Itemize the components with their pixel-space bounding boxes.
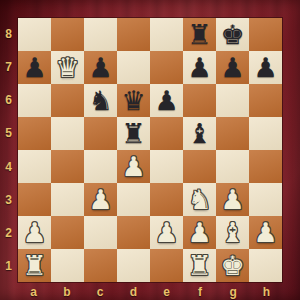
square-c2[interactable] — [84, 216, 117, 249]
square-e3[interactable] — [150, 183, 183, 216]
square-a5[interactable] — [18, 117, 51, 150]
file-label-c: c — [84, 283, 117, 300]
square-g2[interactable]: ♝ — [216, 216, 249, 249]
file-label-a: a — [17, 283, 50, 300]
piece-white-king-g1[interactable]: ♚ — [220, 249, 244, 282]
square-f1[interactable]: ♜ — [183, 249, 216, 282]
square-b4[interactable] — [51, 150, 84, 183]
square-a6[interactable] — [18, 84, 51, 117]
square-f8[interactable]: ♜ — [183, 18, 216, 51]
piece-white-pawn-f2[interactable]: ♟ — [187, 216, 211, 249]
file-labels: abcdefgh — [17, 283, 283, 300]
rank-label-8: 8 — [0, 17, 17, 50]
square-h8[interactable] — [249, 18, 282, 51]
piece-black-bishop-f5[interactable]: ♝ — [187, 117, 211, 150]
square-g8[interactable]: ♚ — [216, 18, 249, 51]
piece-black-knight-c6[interactable]: ♞ — [88, 84, 112, 117]
square-d1[interactable] — [117, 249, 150, 282]
file-label-d: d — [117, 283, 150, 300]
piece-white-knight-f3[interactable]: ♞ — [187, 183, 211, 216]
square-f2[interactable]: ♟ — [183, 216, 216, 249]
piece-white-bishop-g2[interactable]: ♝ — [220, 216, 244, 249]
rank-label-2: 2 — [0, 217, 17, 250]
file-label-e: e — [150, 283, 183, 300]
file-label-g: g — [217, 283, 250, 300]
file-label-f: f — [183, 283, 216, 300]
rank-label-6: 6 — [0, 84, 17, 117]
square-c5[interactable] — [84, 117, 117, 150]
square-a8[interactable] — [18, 18, 51, 51]
piece-black-rook-f8[interactable]: ♜ — [187, 18, 211, 51]
piece-white-queen-b7[interactable]: ♛ — [55, 51, 79, 84]
piece-white-pawn-d4[interactable]: ♟ — [121, 150, 145, 183]
file-label-h: h — [250, 283, 283, 300]
piece-black-rook-d5[interactable]: ♜ — [121, 117, 145, 150]
square-d4[interactable]: ♟ — [117, 150, 150, 183]
piece-white-pawn-a2[interactable]: ♟ — [22, 216, 46, 249]
square-g7[interactable]: ♟ — [216, 51, 249, 84]
square-g4[interactable] — [216, 150, 249, 183]
square-h5[interactable] — [249, 117, 282, 150]
rank-label-3: 3 — [0, 183, 17, 216]
square-a3[interactable] — [18, 183, 51, 216]
square-a4[interactable] — [18, 150, 51, 183]
rank-label-7: 7 — [0, 50, 17, 83]
square-c1[interactable] — [84, 249, 117, 282]
square-e6[interactable]: ♟ — [150, 84, 183, 117]
square-a1[interactable]: ♜ — [18, 249, 51, 282]
square-f7[interactable]: ♟ — [183, 51, 216, 84]
square-h2[interactable]: ♟ — [249, 216, 282, 249]
square-c4[interactable] — [84, 150, 117, 183]
square-f6[interactable] — [183, 84, 216, 117]
square-g1[interactable]: ♚ — [216, 249, 249, 282]
piece-black-pawn-c7[interactable]: ♟ — [88, 51, 112, 84]
rank-labels: 87654321 — [0, 17, 17, 283]
square-b2[interactable] — [51, 216, 84, 249]
square-h4[interactable] — [249, 150, 282, 183]
square-h1[interactable] — [249, 249, 282, 282]
piece-black-pawn-h7[interactable]: ♟ — [253, 51, 277, 84]
rank-label-5: 5 — [0, 117, 17, 150]
square-e8[interactable] — [150, 18, 183, 51]
piece-black-king-g8[interactable]: ♚ — [220, 18, 244, 51]
square-g3[interactable]: ♟ — [216, 183, 249, 216]
square-f4[interactable] — [183, 150, 216, 183]
square-d6[interactable]: ♛ — [117, 84, 150, 117]
square-b1[interactable] — [51, 249, 84, 282]
chess-board: ♜♚♟♛♟♟♟♟♞♛♟♜♝♟♟♞♟♟♟♟♝♟♜♜♚ — [17, 17, 283, 283]
square-c3[interactable]: ♟ — [84, 183, 117, 216]
chessboard-screenshot: 87654321 abcdefgh ♜♚♟♛♟♟♟♟♞♛♟♜♝♟♟♞♟♟♟♟♝♟… — [0, 0, 300, 300]
piece-white-rook-a1[interactable]: ♜ — [22, 249, 46, 282]
square-a2[interactable]: ♟ — [18, 216, 51, 249]
square-b6[interactable] — [51, 84, 84, 117]
square-c8[interactable] — [84, 18, 117, 51]
square-b5[interactable] — [51, 117, 84, 150]
square-h7[interactable]: ♟ — [249, 51, 282, 84]
square-e7[interactable] — [150, 51, 183, 84]
piece-white-pawn-c3[interactable]: ♟ — [88, 183, 112, 216]
square-e2[interactable]: ♟ — [150, 216, 183, 249]
square-f3[interactable]: ♞ — [183, 183, 216, 216]
square-e1[interactable] — [150, 249, 183, 282]
piece-black-pawn-g7[interactable]: ♟ — [220, 51, 244, 84]
square-d5[interactable]: ♜ — [117, 117, 150, 150]
piece-white-pawn-g3[interactable]: ♟ — [220, 183, 244, 216]
piece-black-pawn-a7[interactable]: ♟ — [22, 51, 46, 84]
piece-white-pawn-e2[interactable]: ♟ — [154, 216, 178, 249]
file-label-b: b — [50, 283, 83, 300]
square-c6[interactable]: ♞ — [84, 84, 117, 117]
square-g5[interactable] — [216, 117, 249, 150]
square-b8[interactable] — [51, 18, 84, 51]
rank-label-4: 4 — [0, 150, 17, 183]
square-b7[interactable]: ♛ — [51, 51, 84, 84]
square-e5[interactable] — [150, 117, 183, 150]
square-d8[interactable] — [117, 18, 150, 51]
square-g6[interactable] — [216, 84, 249, 117]
square-b3[interactable] — [51, 183, 84, 216]
square-h3[interactable] — [249, 183, 282, 216]
square-h6[interactable] — [249, 84, 282, 117]
rank-label-1: 1 — [0, 250, 17, 283]
piece-black-pawn-e6[interactable]: ♟ — [154, 84, 178, 117]
piece-white-rook-f1[interactable]: ♜ — [187, 249, 211, 282]
square-c7[interactable]: ♟ — [84, 51, 117, 84]
piece-black-queen-d6[interactable]: ♛ — [121, 84, 145, 117]
piece-black-pawn-f7[interactable]: ♟ — [187, 51, 211, 84]
piece-white-pawn-h2[interactable]: ♟ — [253, 216, 277, 249]
square-d7[interactable] — [117, 51, 150, 84]
square-f5[interactable]: ♝ — [183, 117, 216, 150]
square-a7[interactable]: ♟ — [18, 51, 51, 84]
square-e4[interactable] — [150, 150, 183, 183]
square-d2[interactable] — [117, 216, 150, 249]
square-d3[interactable] — [117, 183, 150, 216]
